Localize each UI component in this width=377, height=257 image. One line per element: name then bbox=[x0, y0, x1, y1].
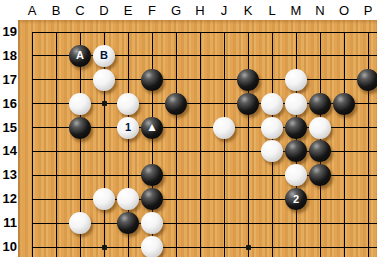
stone-white-C16[interactable] bbox=[69, 93, 91, 115]
column-label-A: A bbox=[20, 3, 44, 18]
column-label-F: F bbox=[140, 3, 164, 18]
stone-label-B: B bbox=[100, 50, 108, 61]
stone-black-E11[interactable] bbox=[117, 212, 139, 234]
row-label-12: 12 bbox=[0, 192, 17, 206]
column-label-M: M bbox=[284, 3, 308, 18]
star-point-D16 bbox=[102, 101, 107, 106]
row-label-17: 17 bbox=[0, 73, 17, 87]
grid-hline-19 bbox=[32, 32, 377, 33]
go-board-diagram: ABCDEFGHJKLMNOP 19181716151413121110 AB1… bbox=[0, 0, 377, 257]
stone-white-M13[interactable] bbox=[285, 164, 307, 186]
row-label-13: 13 bbox=[0, 168, 17, 182]
column-label-B: B bbox=[44, 3, 68, 18]
stone-black-F15[interactable]: ▲ bbox=[141, 117, 163, 139]
grid-vline-A bbox=[32, 32, 33, 257]
stone-white-M17[interactable] bbox=[285, 69, 307, 91]
stone-black-G16[interactable] bbox=[165, 93, 187, 115]
stone-white-F11[interactable] bbox=[141, 212, 163, 234]
column-label-G: G bbox=[164, 3, 188, 18]
grid-vline-O bbox=[344, 32, 345, 257]
stone-white-L15[interactable] bbox=[261, 117, 283, 139]
stone-black-N14[interactable] bbox=[309, 140, 331, 162]
stone-white-C11[interactable] bbox=[69, 212, 91, 234]
grid-vline-B bbox=[56, 32, 57, 257]
grid-hline-10 bbox=[32, 247, 377, 248]
grid-vline-J bbox=[224, 32, 225, 257]
row-label-18: 18 bbox=[0, 49, 17, 63]
row-label-14: 14 bbox=[0, 144, 17, 158]
stone-black-K16[interactable] bbox=[237, 93, 259, 115]
column-label-H: H bbox=[188, 3, 212, 18]
stone-label-2: 2 bbox=[293, 194, 299, 205]
column-label-N: N bbox=[308, 3, 332, 18]
stone-black-F13[interactable] bbox=[141, 164, 163, 186]
stone-white-E15[interactable]: 1 bbox=[117, 117, 139, 139]
row-label-11: 11 bbox=[0, 216, 17, 230]
column-label-L: L bbox=[260, 3, 284, 18]
stone-white-J15[interactable] bbox=[213, 117, 235, 139]
stone-black-N13[interactable] bbox=[309, 164, 331, 186]
stone-white-M16[interactable] bbox=[285, 93, 307, 115]
stone-black-F17[interactable] bbox=[141, 69, 163, 91]
stone-black-P17[interactable] bbox=[357, 69, 377, 91]
stone-label-A: A bbox=[76, 50, 84, 61]
row-label-10: 10 bbox=[0, 240, 17, 254]
stone-black-C18[interactable]: A bbox=[69, 45, 91, 67]
stone-white-N15[interactable] bbox=[309, 117, 331, 139]
grid-vline-H bbox=[200, 32, 201, 257]
stone-black-N16[interactable] bbox=[309, 93, 331, 115]
stone-black-M12[interactable]: 2 bbox=[285, 188, 307, 210]
star-point-D10 bbox=[102, 245, 107, 250]
row-label-15: 15 bbox=[0, 121, 17, 135]
column-label-D: D bbox=[92, 3, 116, 18]
triangle-mark-icon: ▲ bbox=[146, 121, 158, 133]
stone-black-F12[interactable] bbox=[141, 188, 163, 210]
stone-black-C15[interactable] bbox=[69, 117, 91, 139]
grid-hline-17 bbox=[32, 79, 377, 80]
stone-white-D17[interactable] bbox=[93, 69, 115, 91]
stone-black-M14[interactable] bbox=[285, 140, 307, 162]
stone-label-1: 1 bbox=[125, 122, 131, 133]
stone-white-L14[interactable] bbox=[261, 140, 283, 162]
stone-white-D12[interactable] bbox=[93, 188, 115, 210]
column-label-J: J bbox=[212, 3, 236, 18]
column-label-C: C bbox=[68, 3, 92, 18]
column-label-K: K bbox=[236, 3, 260, 18]
stone-white-E12[interactable] bbox=[117, 188, 139, 210]
board-surface[interactable]: AB1▲2 bbox=[18, 20, 377, 257]
stone-white-L16[interactable] bbox=[261, 93, 283, 115]
stone-black-M15[interactable] bbox=[285, 117, 307, 139]
star-point-K10 bbox=[246, 245, 251, 250]
grid-vline-K bbox=[248, 32, 249, 257]
column-label-E: E bbox=[116, 3, 140, 18]
stone-white-D18[interactable]: B bbox=[93, 45, 115, 67]
stone-black-K17[interactable] bbox=[237, 69, 259, 91]
grid-vline-P bbox=[368, 32, 369, 257]
column-label-O: O bbox=[332, 3, 356, 18]
stone-black-O16[interactable] bbox=[333, 93, 355, 115]
column-label-P: P bbox=[356, 3, 377, 18]
grid-vline-G bbox=[176, 32, 177, 257]
row-label-16: 16 bbox=[0, 97, 17, 111]
stone-white-E16[interactable] bbox=[117, 93, 139, 115]
row-label-19: 19 bbox=[0, 25, 17, 39]
stone-white-F10[interactable] bbox=[141, 236, 163, 257]
grid-hline-12 bbox=[32, 199, 377, 200]
